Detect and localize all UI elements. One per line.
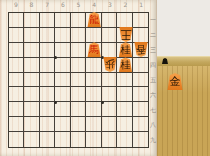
board-cell[interactable] — [40, 117, 55, 132]
file-label: 3 — [108, 1, 112, 8]
board-cell[interactable] — [40, 58, 55, 73]
board-cell[interactable] — [55, 117, 70, 132]
board-cell[interactable] — [9, 43, 24, 58]
board-cell[interactable] — [86, 132, 101, 147]
board-cell[interactable] — [24, 132, 39, 147]
board-cell[interactable] — [9, 102, 24, 117]
komadai: 金 — [157, 66, 210, 156]
board-cell[interactable] — [86, 58, 101, 73]
file-label: 1 — [139, 1, 143, 8]
file-label: 2 — [124, 1, 128, 8]
file-label: 5 — [77, 1, 81, 8]
board-cell[interactable] — [102, 28, 117, 43]
board-cell[interactable] — [55, 13, 70, 28]
board-cell[interactable] — [24, 117, 39, 132]
board-cell[interactable] — [55, 43, 70, 58]
board-cell[interactable] — [71, 13, 86, 28]
board-cell[interactable] — [102, 13, 117, 28]
star-point — [54, 56, 57, 59]
board-cell[interactable] — [71, 102, 86, 117]
board-cell[interactable] — [24, 28, 39, 43]
board-cell[interactable] — [24, 73, 39, 88]
board-cell[interactable] — [102, 73, 117, 88]
shogi-board-panel: 987654321一二三四五六七八九龍王馬桂香歩桂 — [0, 0, 157, 156]
board-cell[interactable] — [133, 28, 148, 43]
board-cell[interactable] — [71, 117, 86, 132]
board-cell[interactable] — [86, 73, 101, 88]
board-cell[interactable] — [40, 87, 55, 102]
board-cell[interactable] — [71, 87, 86, 102]
komadai-panel: 金 — [157, 0, 210, 156]
rank-label: 六 — [150, 91, 156, 100]
board-cell[interactable] — [40, 73, 55, 88]
board-cell[interactable] — [117, 13, 132, 28]
board-cell[interactable] — [86, 87, 101, 102]
board-cell[interactable] — [71, 43, 86, 58]
board-cell[interactable] — [117, 132, 132, 147]
board-cell[interactable] — [40, 43, 55, 58]
board-cell[interactable] — [71, 28, 86, 43]
board-cell[interactable] — [55, 28, 70, 43]
rank-label: 三 — [150, 45, 156, 54]
rank-label: 四 — [150, 60, 156, 69]
board-cell[interactable] — [117, 117, 132, 132]
rank-label: 八 — [150, 121, 156, 130]
board-cell[interactable] — [9, 87, 24, 102]
board-cell[interactable] — [9, 117, 24, 132]
board-cell[interactable] — [117, 102, 132, 117]
board-cell[interactable] — [133, 102, 148, 117]
rank-label: 五 — [150, 76, 156, 85]
board-cell[interactable] — [9, 132, 24, 147]
hand-piece-gold[interactable]: 金 — [167, 73, 183, 90]
board-cell[interactable] — [133, 117, 148, 132]
board-cell[interactable] — [9, 28, 24, 43]
board-cell[interactable] — [133, 87, 148, 102]
board-cell[interactable] — [71, 58, 86, 73]
board-cell[interactable] — [55, 87, 70, 102]
board-cell[interactable] — [24, 58, 39, 73]
board-cell[interactable] — [86, 117, 101, 132]
rank-label: 一 — [150, 15, 156, 24]
board-cell[interactable] — [9, 13, 24, 28]
board-cell[interactable] — [24, 87, 39, 102]
board-cell[interactable] — [40, 28, 55, 43]
board-cell[interactable] — [24, 43, 39, 58]
board-cell[interactable] — [117, 73, 132, 88]
board-cell[interactable] — [102, 102, 117, 117]
board-cell[interactable] — [40, 13, 55, 28]
board-cell[interactable] — [55, 132, 70, 147]
board-cell[interactable] — [133, 73, 148, 88]
file-label: 7 — [45, 1, 49, 8]
board-cell[interactable] — [102, 132, 117, 147]
board-cell[interactable] — [55, 73, 70, 88]
shogi-app-screenshot: 987654321一二三四五六七八九龍王馬桂香歩桂 金 — [0, 0, 210, 156]
board-cell[interactable] — [9, 58, 24, 73]
board-cell[interactable] — [133, 132, 148, 147]
board-cell[interactable] — [24, 13, 39, 28]
board-cell[interactable] — [102, 43, 117, 58]
board-cell[interactable] — [133, 58, 148, 73]
board-cell[interactable] — [102, 117, 117, 132]
board-cell[interactable] — [55, 58, 70, 73]
board-cell[interactable] — [40, 132, 55, 147]
rank-label: 九 — [150, 136, 156, 145]
board-cell[interactable] — [133, 13, 148, 28]
file-label: 4 — [92, 1, 96, 8]
board-cell[interactable] — [40, 102, 55, 117]
rank-label: 七 — [150, 106, 156, 115]
board-cell[interactable] — [24, 102, 39, 117]
board-cell[interactable] — [55, 102, 70, 117]
rank-label: 二 — [150, 30, 156, 39]
board-cell[interactable] — [86, 102, 101, 117]
file-label: 6 — [61, 1, 65, 8]
star-point — [101, 56, 104, 59]
board-cell[interactable] — [71, 73, 86, 88]
star-point — [54, 101, 57, 104]
board-cell[interactable] — [117, 87, 132, 102]
file-label: 9 — [14, 1, 18, 8]
file-label: 8 — [30, 1, 34, 8]
star-point — [101, 101, 104, 104]
board-cell[interactable] — [86, 28, 101, 43]
board-cell[interactable] — [71, 132, 86, 147]
board-cell[interactable] — [102, 87, 117, 102]
board-cell[interactable] — [9, 73, 24, 88]
